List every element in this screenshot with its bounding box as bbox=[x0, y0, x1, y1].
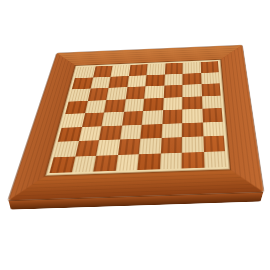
board-top-face bbox=[8, 45, 263, 200]
square-g4[interactable] bbox=[182, 109, 202, 123]
square-c8[interactable] bbox=[111, 65, 130, 77]
square-f7[interactable] bbox=[164, 73, 183, 85]
square-h7[interactable] bbox=[201, 72, 220, 84]
square-a5[interactable] bbox=[65, 101, 87, 114]
square-a7[interactable] bbox=[72, 77, 93, 89]
square-f6[interactable] bbox=[163, 85, 182, 98]
square-b5[interactable] bbox=[85, 100, 107, 113]
square-e5[interactable] bbox=[143, 98, 163, 111]
square-c3[interactable] bbox=[99, 125, 122, 140]
square-c6[interactable] bbox=[106, 87, 127, 100]
square-c2[interactable] bbox=[96, 139, 119, 155]
square-h2[interactable] bbox=[203, 136, 225, 152]
square-f4[interactable] bbox=[162, 109, 182, 123]
square-g5[interactable] bbox=[182, 96, 202, 109]
square-c1[interactable] bbox=[93, 155, 117, 172]
photo-background bbox=[0, 0, 270, 270]
square-e7[interactable] bbox=[145, 74, 164, 86]
square-f8[interactable] bbox=[164, 63, 182, 74]
square-b1[interactable] bbox=[71, 155, 96, 172]
square-b6[interactable] bbox=[87, 88, 108, 101]
square-d6[interactable] bbox=[125, 86, 145, 99]
square-g3[interactable] bbox=[182, 122, 203, 137]
square-b4[interactable] bbox=[82, 113, 104, 127]
square-a1[interactable] bbox=[49, 156, 74, 173]
square-g8[interactable] bbox=[183, 62, 201, 73]
square-e2[interactable] bbox=[139, 138, 161, 154]
square-e4[interactable] bbox=[142, 110, 163, 124]
square-b2[interactable] bbox=[75, 140, 99, 156]
square-h6[interactable] bbox=[201, 83, 221, 96]
square-b7[interactable] bbox=[90, 76, 110, 88]
square-e6[interactable] bbox=[144, 86, 164, 99]
square-h4[interactable] bbox=[202, 108, 223, 122]
square-g6[interactable] bbox=[182, 84, 201, 97]
square-f5[interactable] bbox=[163, 97, 183, 110]
chessboard bbox=[8, 45, 263, 200]
square-g7[interactable] bbox=[182, 73, 201, 85]
square-f2[interactable] bbox=[160, 137, 182, 153]
square-d1[interactable] bbox=[115, 154, 139, 171]
square-h5[interactable] bbox=[201, 95, 221, 108]
square-e3[interactable] bbox=[140, 124, 162, 139]
square-a2[interactable] bbox=[54, 141, 79, 157]
square-d8[interactable] bbox=[129, 64, 148, 75]
square-g2[interactable] bbox=[182, 136, 204, 152]
square-a3[interactable] bbox=[58, 127, 82, 142]
square-h3[interactable] bbox=[202, 121, 223, 136]
square-h1[interactable] bbox=[203, 151, 226, 168]
square-g1[interactable] bbox=[182, 152, 204, 169]
square-a4[interactable] bbox=[62, 113, 85, 127]
square-f1[interactable] bbox=[159, 152, 181, 169]
square-e8[interactable] bbox=[146, 63, 165, 74]
square-d3[interactable] bbox=[120, 124, 142, 139]
board-squares bbox=[49, 61, 226, 173]
square-c5[interactable] bbox=[104, 99, 125, 112]
square-h8[interactable] bbox=[200, 61, 219, 72]
square-f3[interactable] bbox=[161, 123, 182, 138]
square-d2[interactable] bbox=[118, 139, 141, 155]
square-d7[interactable] bbox=[127, 75, 147, 87]
square-d4[interactable] bbox=[122, 111, 143, 125]
square-b3[interactable] bbox=[78, 126, 101, 141]
square-e1[interactable] bbox=[137, 153, 160, 170]
square-b8[interactable] bbox=[93, 66, 113, 78]
square-c4[interactable] bbox=[102, 112, 124, 126]
square-d5[interactable] bbox=[123, 98, 144, 111]
square-c7[interactable] bbox=[109, 76, 129, 88]
